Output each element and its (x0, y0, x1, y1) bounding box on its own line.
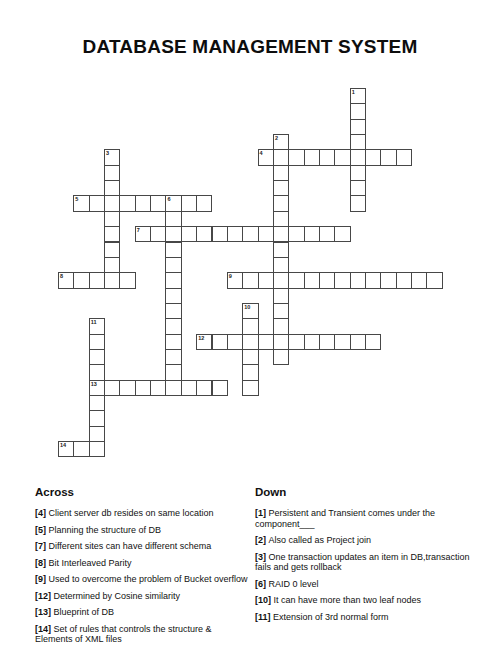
grid-cell (150, 380, 166, 396)
grid-cell (212, 226, 228, 242)
cell-number: 3 (106, 150, 109, 156)
grid-cell (89, 364, 105, 380)
grid-cell (104, 180, 120, 196)
grid-cell (411, 272, 427, 288)
grid-cell (104, 380, 120, 396)
grid-cell (258, 272, 274, 288)
clue-item: [8] Bit Interleaved Parity (35, 558, 251, 569)
grid-cell (242, 272, 258, 288)
cell-number: 1 (352, 89, 355, 95)
grid-cell (212, 380, 228, 396)
grid-cell (273, 180, 289, 196)
grid-cell (273, 272, 289, 288)
cell-number: 8 (60, 273, 63, 279)
clue-item: [4] Client server db resides on same loc… (35, 508, 251, 519)
grid-cell: 14 (58, 441, 74, 457)
grid-cell: 4 (258, 149, 274, 165)
grid-cell (350, 134, 366, 150)
clue-number-label: [2] (255, 535, 269, 545)
grid-cell: 7 (135, 226, 151, 242)
grid-cell (380, 149, 396, 165)
grid-cell (334, 149, 350, 165)
grid-cell (89, 410, 105, 426)
grid-cell (242, 380, 258, 396)
grid-cell (350, 272, 366, 288)
clue-item: [13] Blueprint of DB (35, 607, 251, 618)
grid-cell: 11 (89, 318, 105, 334)
grid-cell (104, 272, 120, 288)
down-header: Down (255, 486, 471, 498)
grid-cell (242, 334, 258, 350)
grid-cell (273, 195, 289, 211)
clue-item: [9] Used to overcome the problem of Buck… (35, 574, 251, 585)
clue-number-label: [6] (255, 579, 269, 589)
grid-cell (319, 272, 335, 288)
grid-cell: 12 (196, 334, 212, 350)
grid-cell (304, 272, 320, 288)
grid-cell (89, 334, 105, 350)
grid-cell (73, 441, 89, 457)
grid-cell (104, 257, 120, 273)
grid-cell (334, 272, 350, 288)
grid-cell (119, 272, 135, 288)
grid-cell (104, 242, 120, 258)
cell-number: 9 (229, 273, 232, 279)
clue-number-label: [12] (35, 591, 54, 601)
grid-cell (89, 441, 105, 457)
cell-number: 4 (260, 150, 263, 156)
grid-cell: 5 (73, 195, 89, 211)
grid-cell (288, 272, 304, 288)
grid-cell (396, 149, 412, 165)
crossword-grid: 1234567891011131214 (58, 88, 444, 458)
clue-number-label: [10] (255, 595, 274, 605)
grid-cell (350, 103, 366, 119)
grid-cell (350, 119, 366, 135)
clue-item: [11] Extension of 3rd normal form (255, 612, 471, 623)
grid-cell (273, 288, 289, 304)
down-clues-section: Down [1] Persistent and Transient comes … (255, 486, 471, 628)
cell-number: 11 (91, 319, 97, 325)
grid-cell (150, 195, 166, 211)
grid-cell (273, 242, 289, 258)
grid-cell (196, 195, 212, 211)
grid-cell (273, 303, 289, 319)
grid-cell (365, 334, 381, 350)
clue-number-label: [5] (35, 525, 49, 535)
grid-cell (334, 226, 350, 242)
grid-cell (89, 195, 105, 211)
clue-number-label: [13] (35, 607, 54, 617)
grid-cell (319, 226, 335, 242)
clue-item: [5] Planning the structure of DB (35, 525, 251, 536)
grid-cell (181, 380, 197, 396)
grid-cell: 13 (89, 380, 105, 396)
grid-cell (273, 334, 289, 350)
grid-cell (165, 272, 181, 288)
cell-number: 12 (198, 335, 204, 341)
grid-cell (396, 272, 412, 288)
clue-item: [6] RAID 0 level (255, 579, 471, 590)
clue-number-label: [8] (35, 558, 49, 568)
grid-cell: 10 (242, 303, 258, 319)
grid-cell (165, 318, 181, 334)
grid-cell (304, 226, 320, 242)
across-header: Across (35, 486, 251, 498)
grid-cell (104, 211, 120, 227)
grid-cell (165, 242, 181, 258)
grid-cell (273, 349, 289, 365)
grid-cell (104, 195, 120, 211)
grid-cell: 2 (273, 134, 289, 150)
grid-cell (365, 149, 381, 165)
cell-number: 6 (167, 196, 170, 202)
grid-cell (73, 272, 89, 288)
grid-cell (350, 180, 366, 196)
clue-number-label: [14] (35, 624, 54, 634)
clue-item: [10] It can have more than two leaf node… (255, 595, 471, 606)
grid-cell (196, 226, 212, 242)
grid-cell (426, 272, 442, 288)
clue-item: [3] One transaction updates an item in D… (255, 552, 471, 573)
clue-number-label: [3] (255, 552, 269, 562)
grid-cell (288, 226, 304, 242)
grid-cell (242, 226, 258, 242)
puzzle-title: DATABASE MANAGEMENT SYSTEM (0, 36, 500, 58)
grid-cell (273, 149, 289, 165)
grid-cell (350, 149, 366, 165)
clue-number-label: [11] (255, 612, 273, 622)
grid-cell (181, 195, 197, 211)
clue-number-label: [1] (255, 508, 269, 518)
grid-cell (165, 226, 181, 242)
grid-cell (212, 334, 228, 350)
clue-item: [7] Different sites can have different s… (35, 541, 251, 552)
grid-cell (273, 257, 289, 273)
grid-cell (319, 334, 335, 350)
grid-cell (165, 349, 181, 365)
clue-item: [14] Set of rules that controls the stru… (35, 624, 251, 645)
cell-number: 7 (137, 227, 140, 233)
grid-cell (350, 195, 366, 211)
clue-number-label: [7] (35, 541, 49, 551)
grid-cell (89, 349, 105, 365)
grid-cell (135, 380, 151, 396)
cell-number: 14 (60, 442, 66, 448)
grid-cell (135, 195, 151, 211)
clue-number-label: [9] (35, 574, 49, 584)
grid-cell (89, 426, 105, 442)
grid-cell (165, 257, 181, 273)
grid-cell (304, 149, 320, 165)
cell-number: 2 (275, 135, 278, 141)
grid-cell (334, 334, 350, 350)
grid-cell (242, 318, 258, 334)
grid-cell (119, 195, 135, 211)
grid-cell: 9 (227, 272, 243, 288)
grid-cell (258, 334, 274, 350)
cell-number: 13 (91, 381, 97, 387)
grid-cell (304, 334, 320, 350)
grid-cell (165, 303, 181, 319)
grid-cell (165, 380, 181, 396)
grid-cell: 6 (165, 195, 181, 211)
grid-cell (119, 380, 135, 396)
grid-cell (365, 272, 381, 288)
cell-number: 10 (244, 304, 250, 310)
grid-cell (227, 334, 243, 350)
cell-number: 5 (75, 196, 78, 202)
grid-cell (350, 334, 366, 350)
grid-cell (89, 272, 105, 288)
grid-cell (288, 149, 304, 165)
grid-cell (227, 226, 243, 242)
grid-cell (165, 334, 181, 350)
grid-cell (380, 272, 396, 288)
grid-cell (273, 165, 289, 181)
grid-cell: 8 (58, 272, 74, 288)
clue-number-label: [4] (35, 508, 49, 518)
grid-cell (104, 165, 120, 181)
grid-cell (288, 334, 304, 350)
across-clues-section: Across [4] Client server db resides on s… (35, 486, 251, 647)
clue-item: [1] Persistent and Transient comes under… (255, 508, 471, 529)
grid-cell (242, 349, 258, 365)
grid-cell: 1 (350, 88, 366, 104)
clue-item: [2] Also called as Project join (255, 535, 471, 546)
grid-cell (319, 149, 335, 165)
grid-cell (165, 288, 181, 304)
grid-cell: 3 (104, 149, 120, 165)
grid-cell (273, 226, 289, 242)
grid-cell (196, 380, 212, 396)
grid-cell (273, 211, 289, 227)
grid-cell (104, 226, 120, 242)
grid-cell (150, 226, 166, 242)
grid-cell (273, 318, 289, 334)
grid-cell (165, 211, 181, 227)
clue-item: [12] Determined by Cosine similarity (35, 591, 251, 602)
grid-cell (258, 226, 274, 242)
grid-cell (181, 226, 197, 242)
grid-cell (350, 165, 366, 181)
across-clues: [4] Client server db resides on same loc… (35, 508, 251, 645)
grid-cell (165, 364, 181, 380)
grid-cell (242, 364, 258, 380)
grid-cell (89, 395, 105, 411)
down-clues: [1] Persistent and Transient comes under… (255, 508, 471, 622)
